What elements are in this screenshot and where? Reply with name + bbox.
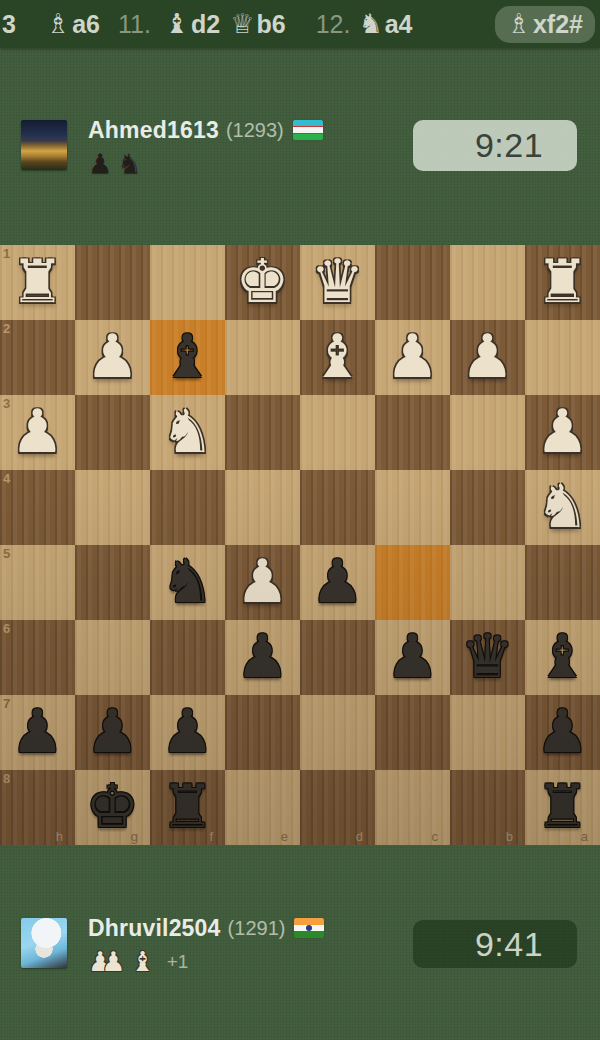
player-top-name: Ahmed1613 [88,117,219,144]
square-d3[interactable] [300,395,375,470]
square-c2[interactable]: ♟ [375,320,450,395]
piece-black-king[interactable]: ♚ [75,770,150,845]
move-text: a6 [72,12,100,37]
piece-black-knight[interactable]: ♞ [150,545,225,620]
square-c1[interactable] [375,245,450,320]
piece-white-bishop[interactable]: ♝ [300,320,375,395]
square-a7[interactable]: ♟ [525,695,600,770]
piece-black-pawn[interactable]: ♟ [75,695,150,770]
piece-icon: ♗ [507,11,531,38]
piece-icon: ♞ [358,11,382,38]
move-list-bar[interactable]: 3♗a611.♝d2♕b612.♞a4♗xf2# [0,0,600,48]
square-g8[interactable]: g♚ [75,770,150,845]
piece-white-pawn[interactable]: ♟ [0,395,75,470]
move[interactable]: ♝d2 [165,11,220,38]
player-bottom-captured-pieces: ♟♟♝ [88,949,155,976]
player-bottom-info: Dhruvil2504 (1291) ♟♟♝ +1 [88,914,324,977]
piece-icon: ♕ [230,11,254,38]
square-f2[interactable]: ♝ [150,320,225,395]
square-h4[interactable]: 4 [0,470,75,545]
piece-icon: ♝ [165,11,189,38]
piece-white-rook[interactable]: ♜ [0,245,75,320]
square-d7[interactable] [300,695,375,770]
player-top[interactable]: Ahmed1613 (1293) ♟♞ 9:21 [0,112,600,192]
square-a8[interactable]: a♜ [525,770,600,845]
square-h7[interactable]: 7♟ [0,695,75,770]
square-f6[interactable] [150,620,225,695]
rank-label: 2 [3,322,10,335]
player-top-avatar[interactable] [21,120,67,170]
square-b4[interactable] [450,470,525,545]
rank-label: 4 [3,472,10,485]
player-bottom[interactable]: Dhruvil2504 (1291) ♟♟♝ +1 9:41 [0,910,600,990]
piece-black-pawn[interactable]: ♟ [300,545,375,620]
player-bottom-name: Dhruvil2504 [88,915,221,942]
square-e5[interactable]: ♟ [225,545,300,620]
square-b6[interactable]: ♛ [450,620,525,695]
square-d5[interactable]: ♟ [300,545,375,620]
move-text: 11. [118,12,151,37]
player-bottom-avatar[interactable] [21,918,67,968]
move-number: 11. [118,12,151,37]
piece-black-queen[interactable]: ♛ [450,620,525,695]
piece-black-rook[interactable]: ♜ [525,770,600,845]
square-a6[interactable]: ♝ [525,620,600,695]
move-number: 12. [316,12,351,37]
square-a1[interactable]: ♜ [525,245,600,320]
square-b5[interactable] [450,545,525,620]
piece-black-pawn[interactable]: ♟ [525,695,600,770]
square-b8[interactable]: b [450,770,525,845]
square-c3[interactable] [375,395,450,470]
square-f7[interactable]: ♟ [150,695,225,770]
square-g5[interactable] [75,545,150,620]
square-e1[interactable]: ♚ [225,245,300,320]
square-h1[interactable]: 1♜ [0,245,75,320]
move-text: a4 [385,12,413,37]
player-bottom-captured-row: ♟♟♝ +1 [88,947,324,977]
uzbekistan-flag-icon [293,120,323,140]
piece-black-rook[interactable]: ♜ [150,770,225,845]
rank-label: 6 [3,622,10,635]
square-h2[interactable]: 2 [0,320,75,395]
square-g7[interactable]: ♟ [75,695,150,770]
square-c7[interactable] [375,695,450,770]
player-top-info: Ahmed1613 (1293) ♟♞ [88,116,323,179]
square-f4[interactable] [150,470,225,545]
square-e7[interactable] [225,695,300,770]
square-c8[interactable]: c [375,770,450,845]
square-g1[interactable] [75,245,150,320]
move[interactable]: ♞a4 [358,11,412,38]
file-label: h [56,830,63,843]
move-text: 12. [316,12,351,37]
square-e3[interactable] [225,395,300,470]
square-b1[interactable] [450,245,525,320]
file-label: b [506,830,513,843]
captured-white-piece: ♝ [130,949,154,976]
square-c6[interactable]: ♟ [375,620,450,695]
player-top-captured-pieces: ♟♞ [88,149,323,179]
piece-white-pawn[interactable]: ♟ [525,395,600,470]
square-f5[interactable]: ♞ [150,545,225,620]
move-text: xf2# [533,12,583,37]
move-current[interactable]: ♗xf2# [495,6,595,43]
square-b2[interactable]: ♟ [450,320,525,395]
square-g4[interactable] [75,470,150,545]
player-bottom-clock: 9:41 [413,920,577,968]
file-label: e [281,830,288,843]
captured-white-piece: ♟ [101,949,125,976]
piece-black-pawn[interactable]: ♟ [150,695,225,770]
square-d8[interactable]: d [300,770,375,845]
square-b3[interactable] [450,395,525,470]
material-advantage: +1 [167,951,189,973]
square-h8[interactable]: 8h [0,770,75,845]
square-e8[interactable]: e [225,770,300,845]
move-text: d2 [191,12,220,37]
rank-label: 8 [3,772,10,785]
piece-white-pawn[interactable]: ♟ [225,545,300,620]
square-d2[interactable]: ♝ [300,320,375,395]
square-d1[interactable]: ♛ [300,245,375,320]
piece-white-knight[interactable]: ♞ [150,395,225,470]
square-c5[interactable] [375,545,450,620]
square-g2[interactable]: ♟ [75,320,150,395]
player-top-rating: (1293) [226,119,284,142]
square-h6[interactable]: 6 [0,620,75,695]
square-d4[interactable] [300,470,375,545]
piece-white-knight[interactable]: ♞ [525,470,600,545]
square-f3[interactable]: ♞ [150,395,225,470]
square-c4[interactable] [375,470,450,545]
piece-black-pawn[interactable]: ♟ [375,620,450,695]
file-label: d [356,830,363,843]
piece-white-rook[interactable]: ♜ [525,245,600,320]
captured-black-piece: ♟ [88,151,112,178]
rank-label: 5 [3,547,10,560]
square-g6[interactable] [75,620,150,695]
player-bottom-rating: (1291) [228,917,286,940]
square-a3[interactable]: ♟ [525,395,600,470]
square-b7[interactable] [450,695,525,770]
captured-black-piece: ♞ [117,151,141,178]
chess-app-screen: 3♗a611.♝d2♕b612.♞a4♗xf2# Ahmed1613 (1293… [0,0,600,1040]
move-text: b6 [256,12,285,37]
piece-black-pawn[interactable]: ♟ [225,620,300,695]
file-label: c [432,830,439,843]
piece-white-pawn[interactable]: ♟ [450,320,525,395]
piece-white-pawn[interactable]: ♟ [375,320,450,395]
move[interactable]: ♗a6 [46,11,100,38]
square-h3[interactable]: 3♟ [0,395,75,470]
square-f8[interactable]: f♜ [150,770,225,845]
piece-white-king[interactable]: ♚ [225,245,300,320]
square-a4[interactable]: ♞ [525,470,600,545]
move[interactable]: ♕b6 [230,11,285,38]
piece-black-bishop[interactable]: ♝ [525,620,600,695]
piece-icon: ♗ [46,11,70,38]
piece-black-bishop[interactable]: ♝ [150,320,225,395]
move[interactable]: 3 [2,12,16,37]
square-f1[interactable] [150,245,225,320]
india-flag-icon [294,918,324,938]
chess-board: 1♜♚♛♜2♟♝♝♟♟3♟♞♟4♞5♞♟♟6♟♟♛♝7♟♟♟♟8hg♚f♜edc… [0,245,600,845]
square-h5[interactable]: 5 [0,545,75,620]
player-top-clock: 9:21 [413,120,577,171]
piece-black-pawn[interactable]: ♟ [0,695,75,770]
square-g3[interactable] [75,395,150,470]
piece-white-pawn[interactable]: ♟ [75,320,150,395]
piece-white-queen[interactable]: ♛ [300,245,375,320]
square-e2[interactable] [225,320,300,395]
square-e4[interactable] [225,470,300,545]
square-a5[interactable] [525,545,600,620]
square-d6[interactable] [300,620,375,695]
square-a2[interactable] [525,320,600,395]
move-text: 3 [2,12,16,37]
square-e6[interactable]: ♟ [225,620,300,695]
